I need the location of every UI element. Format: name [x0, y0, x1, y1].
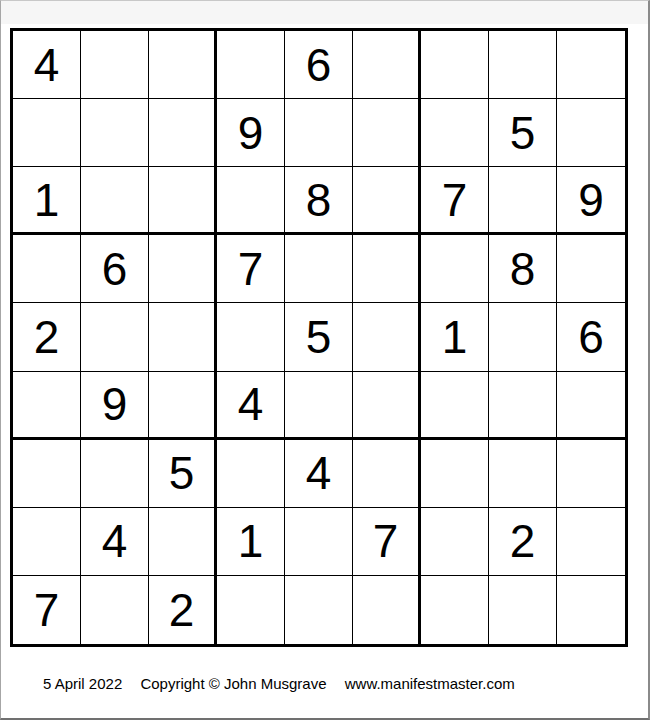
footer-copyright: Copyright © John Musgrave [140, 675, 326, 692]
cell-r7c1[interactable] [13, 440, 81, 508]
cell-r1c1: 4 [13, 31, 81, 99]
cell-r2c7[interactable] [421, 99, 489, 167]
cell-r3c5: 8 [285, 167, 353, 235]
cell-r7c8[interactable] [489, 440, 557, 508]
cell-r1c3[interactable] [149, 31, 217, 99]
cell-r1c5: 6 [285, 31, 353, 99]
cell-r9c4[interactable] [217, 576, 285, 644]
sudoku-board: 4695187967825169454417272 [10, 28, 628, 647]
cell-r3c8[interactable] [489, 167, 557, 235]
cell-r9c2[interactable] [81, 576, 149, 644]
cell-r8c8: 2 [489, 508, 557, 576]
cell-r1c6[interactable] [353, 31, 421, 99]
cell-r3c7: 7 [421, 167, 489, 235]
cell-r7c4[interactable] [217, 440, 285, 508]
cell-r5c5: 5 [285, 303, 353, 371]
cell-r6c4: 4 [217, 372, 285, 440]
cell-r8c5[interactable] [285, 508, 353, 576]
cell-r3c4[interactable] [217, 167, 285, 235]
cell-r9c7[interactable] [421, 576, 489, 644]
cell-r9c1: 7 [13, 576, 81, 644]
footer-website: www.manifestmaster.com [345, 675, 515, 692]
cell-r8c2: 4 [81, 508, 149, 576]
cell-r7c5: 4 [285, 440, 353, 508]
footer-date: 5 April 2022 [43, 675, 122, 692]
cell-r8c6: 7 [353, 508, 421, 576]
cell-r4c1[interactable] [13, 235, 81, 303]
cell-r6c3[interactable] [149, 372, 217, 440]
cell-r4c3[interactable] [149, 235, 217, 303]
cell-r6c7[interactable] [421, 372, 489, 440]
cell-r4c7[interactable] [421, 235, 489, 303]
footer: 5 April 2022 Copyright © John Musgrave w… [43, 675, 515, 692]
cell-r9c5[interactable] [285, 576, 353, 644]
cell-r5c7: 1 [421, 303, 489, 371]
cell-r2c1[interactable] [13, 99, 81, 167]
cell-r5c8[interactable] [489, 303, 557, 371]
cell-r6c6[interactable] [353, 372, 421, 440]
cell-r9c6[interactable] [353, 576, 421, 644]
cell-r1c4[interactable] [217, 31, 285, 99]
cell-r5c9: 6 [557, 303, 625, 371]
cell-r3c3[interactable] [149, 167, 217, 235]
cell-r5c1: 2 [13, 303, 81, 371]
cell-r3c6[interactable] [353, 167, 421, 235]
cell-r2c4: 9 [217, 99, 285, 167]
cell-r1c7[interactable] [421, 31, 489, 99]
cell-r4c9[interactable] [557, 235, 625, 303]
cell-r8c7[interactable] [421, 508, 489, 576]
cell-r4c4: 7 [217, 235, 285, 303]
cell-r8c3[interactable] [149, 508, 217, 576]
cell-r5c6[interactable] [353, 303, 421, 371]
cell-r7c2[interactable] [81, 440, 149, 508]
cell-r9c3: 2 [149, 576, 217, 644]
cell-r9c9[interactable] [557, 576, 625, 644]
cell-r2c6[interactable] [353, 99, 421, 167]
puzzle-page: 4695187967825169454417272 5 April 2022 C… [0, 0, 650, 720]
cell-r3c1: 1 [13, 167, 81, 235]
cell-r7c7[interactable] [421, 440, 489, 508]
cell-r5c2[interactable] [81, 303, 149, 371]
cell-r1c2[interactable] [81, 31, 149, 99]
cell-r2c8: 5 [489, 99, 557, 167]
cell-r7c9[interactable] [557, 440, 625, 508]
cell-r4c5[interactable] [285, 235, 353, 303]
cell-r8c9[interactable] [557, 508, 625, 576]
cell-r5c3[interactable] [149, 303, 217, 371]
cell-r1c8[interactable] [489, 31, 557, 99]
cell-r2c3[interactable] [149, 99, 217, 167]
cell-r7c6[interactable] [353, 440, 421, 508]
cell-r6c9[interactable] [557, 372, 625, 440]
cell-r2c9[interactable] [557, 99, 625, 167]
cell-r6c5[interactable] [285, 372, 353, 440]
cell-r4c8: 8 [489, 235, 557, 303]
cell-r6c1[interactable] [13, 372, 81, 440]
cell-r8c1[interactable] [13, 508, 81, 576]
cell-r2c5[interactable] [285, 99, 353, 167]
top-strip [1, 1, 648, 24]
cell-r4c2: 6 [81, 235, 149, 303]
cell-r4c6[interactable] [353, 235, 421, 303]
cell-r6c2: 9 [81, 372, 149, 440]
cell-r6c8[interactable] [489, 372, 557, 440]
cell-r9c8[interactable] [489, 576, 557, 644]
cell-r3c9: 9 [557, 167, 625, 235]
cell-r3c2[interactable] [81, 167, 149, 235]
cell-r7c3: 5 [149, 440, 217, 508]
cell-r5c4[interactable] [217, 303, 285, 371]
cell-r2c2[interactable] [81, 99, 149, 167]
cell-r8c4: 1 [217, 508, 285, 576]
cell-r1c9[interactable] [557, 31, 625, 99]
